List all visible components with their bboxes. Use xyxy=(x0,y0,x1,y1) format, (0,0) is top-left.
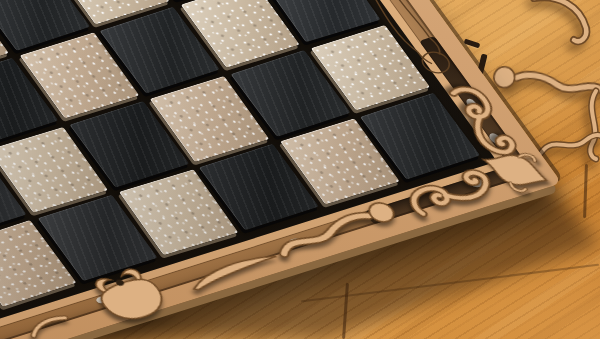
curl-bottom-right xyxy=(538,124,600,158)
curl-top-right xyxy=(530,0,594,48)
workbench-scene xyxy=(0,0,600,339)
